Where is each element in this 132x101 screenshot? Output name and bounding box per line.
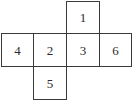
cube-net-diagram: 1 4 2 3 6 5: [0, 0, 132, 101]
net-cell-face-2: 2: [33, 33, 67, 67]
net-cell-face-3: 3: [66, 33, 100, 67]
net-cell-face-5: 5: [33, 66, 67, 100]
net-cell-face-6: 6: [99, 33, 132, 67]
net-cell-face-4: 4: [1, 33, 34, 67]
net-cell-face-1: 1: [66, 1, 100, 34]
